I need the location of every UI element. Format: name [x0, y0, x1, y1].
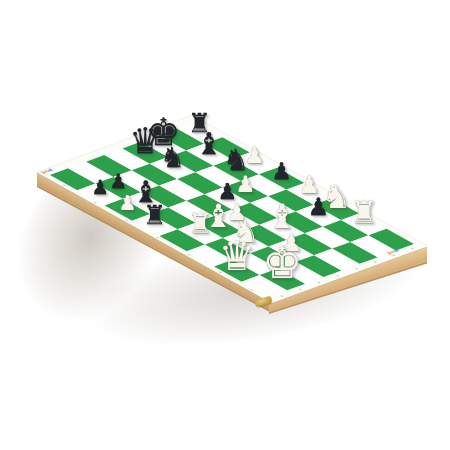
fastener-dot-icon — [410, 248, 414, 250]
fastener-dot-icon — [317, 282, 321, 284]
fastener-dot-icon — [62, 184, 66, 186]
fastener-dot-icon — [187, 254, 191, 256]
fastener-dot-icon — [299, 288, 303, 290]
fastener-dot-icon — [250, 289, 254, 291]
fastener-dot-icon — [354, 268, 358, 270]
fastener-dot-icon — [93, 202, 97, 204]
fastener-dot-icon — [392, 254, 396, 256]
fastener-dot-icon — [156, 237, 160, 239]
fastener-dot-icon — [125, 219, 129, 221]
chess-board — [50, 122, 414, 297]
fastener-dot-icon — [373, 261, 377, 263]
fastener-dot-icon — [280, 295, 284, 297]
fastener-dot-icon — [218, 272, 222, 274]
fastener-dot-icon — [336, 275, 340, 277]
product-photo-stage: Janod Janod ♛♚♜♞♝♟♟♝♞♜♟♟♟♟♟♟♜♝♟♟♞♝♞♛♟♜♚ — [0, 0, 450, 450]
